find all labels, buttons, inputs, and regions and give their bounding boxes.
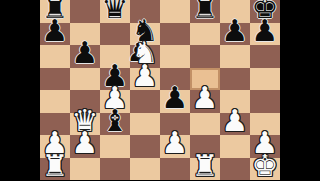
- letterbox-left: [0, 0, 40, 180]
- piece-wK-h1[interactable]: ♚: [250, 155, 280, 178]
- piece-bP-b6[interactable]: ♟: [70, 42, 100, 65]
- square-a1[interactable]: ♜: [40, 158, 70, 181]
- square-g1[interactable]: [220, 158, 250, 181]
- square-e1[interactable]: [160, 158, 190, 181]
- piece-bP-a7[interactable]: ♟: [40, 20, 70, 43]
- piece-wP-g3[interactable]: ♟: [220, 110, 250, 133]
- piece-bQ-c8[interactable]: ♛: [100, 0, 130, 20]
- piece-bP-g7[interactable]: ♟: [220, 20, 250, 43]
- piece-wP-d5[interactable]: ♟: [130, 65, 160, 88]
- square-e6[interactable]: [160, 45, 190, 68]
- square-e2[interactable]: ♟: [160, 135, 190, 158]
- piece-bP-e4[interactable]: ♟: [160, 87, 190, 110]
- square-b6[interactable]: ♟: [70, 45, 100, 68]
- square-c2[interactable]: [100, 135, 130, 158]
- letterbox-right: [280, 0, 320, 180]
- square-f3[interactable]: [190, 113, 220, 136]
- square-f1[interactable]: ♜: [190, 158, 220, 181]
- square-f4[interactable]: ♟: [190, 90, 220, 113]
- square-h4[interactable]: [250, 90, 280, 113]
- square-h5[interactable]: [250, 68, 280, 91]
- piece-wP-e2[interactable]: ♟: [160, 132, 190, 155]
- square-g2[interactable]: [220, 135, 250, 158]
- square-b8[interactable]: [70, 0, 100, 23]
- square-c8[interactable]: ♛: [100, 0, 130, 23]
- square-h7[interactable]: ♟: [250, 23, 280, 46]
- square-d5[interactable]: ♟: [130, 68, 160, 91]
- chess-board: ♜♛♜♚♟♞♟♟♟♟♞♟♟♟♟♟♛♝♟♟♟♟♟♜♜♚: [40, 0, 280, 180]
- square-h6[interactable]: [250, 45, 280, 68]
- square-e8[interactable]: [160, 0, 190, 23]
- piece-wR-f1[interactable]: ♜: [190, 155, 220, 178]
- piece-bP-h7[interactable]: ♟: [250, 20, 280, 43]
- square-a7[interactable]: ♟: [40, 23, 70, 46]
- square-e4[interactable]: ♟: [160, 90, 190, 113]
- piece-bB-c3[interactable]: ♝: [100, 110, 130, 133]
- square-g6[interactable]: [220, 45, 250, 68]
- square-b5[interactable]: [70, 68, 100, 91]
- square-d1[interactable]: [130, 158, 160, 181]
- square-e7[interactable]: [160, 23, 190, 46]
- square-d3[interactable]: [130, 113, 160, 136]
- piece-wR-a1[interactable]: ♜: [40, 155, 70, 178]
- square-h1[interactable]: ♚: [250, 158, 280, 181]
- square-a5[interactable]: [40, 68, 70, 91]
- square-d2[interactable]: [130, 135, 160, 158]
- square-f6[interactable]: [190, 45, 220, 68]
- square-g5[interactable]: [220, 68, 250, 91]
- square-b1[interactable]: [70, 158, 100, 181]
- square-c3[interactable]: ♝: [100, 113, 130, 136]
- square-b2[interactable]: ♟: [70, 135, 100, 158]
- piece-wP-f4[interactable]: ♟: [190, 87, 220, 110]
- square-f8[interactable]: ♜: [190, 0, 220, 23]
- square-a4[interactable]: [40, 90, 70, 113]
- square-d4[interactable]: [130, 90, 160, 113]
- square-f7[interactable]: [190, 23, 220, 46]
- video-frame: ♜♛♜♚♟♞♟♟♟♟♞♟♟♟♟♟♛♝♟♟♟♟♟♜♜♚: [0, 0, 320, 180]
- square-a6[interactable]: [40, 45, 70, 68]
- piece-bR-f8[interactable]: ♜: [190, 0, 220, 20]
- piece-wP-b2[interactable]: ♟: [70, 132, 100, 155]
- square-c1[interactable]: [100, 158, 130, 181]
- square-g7[interactable]: ♟: [220, 23, 250, 46]
- square-g3[interactable]: ♟: [220, 113, 250, 136]
